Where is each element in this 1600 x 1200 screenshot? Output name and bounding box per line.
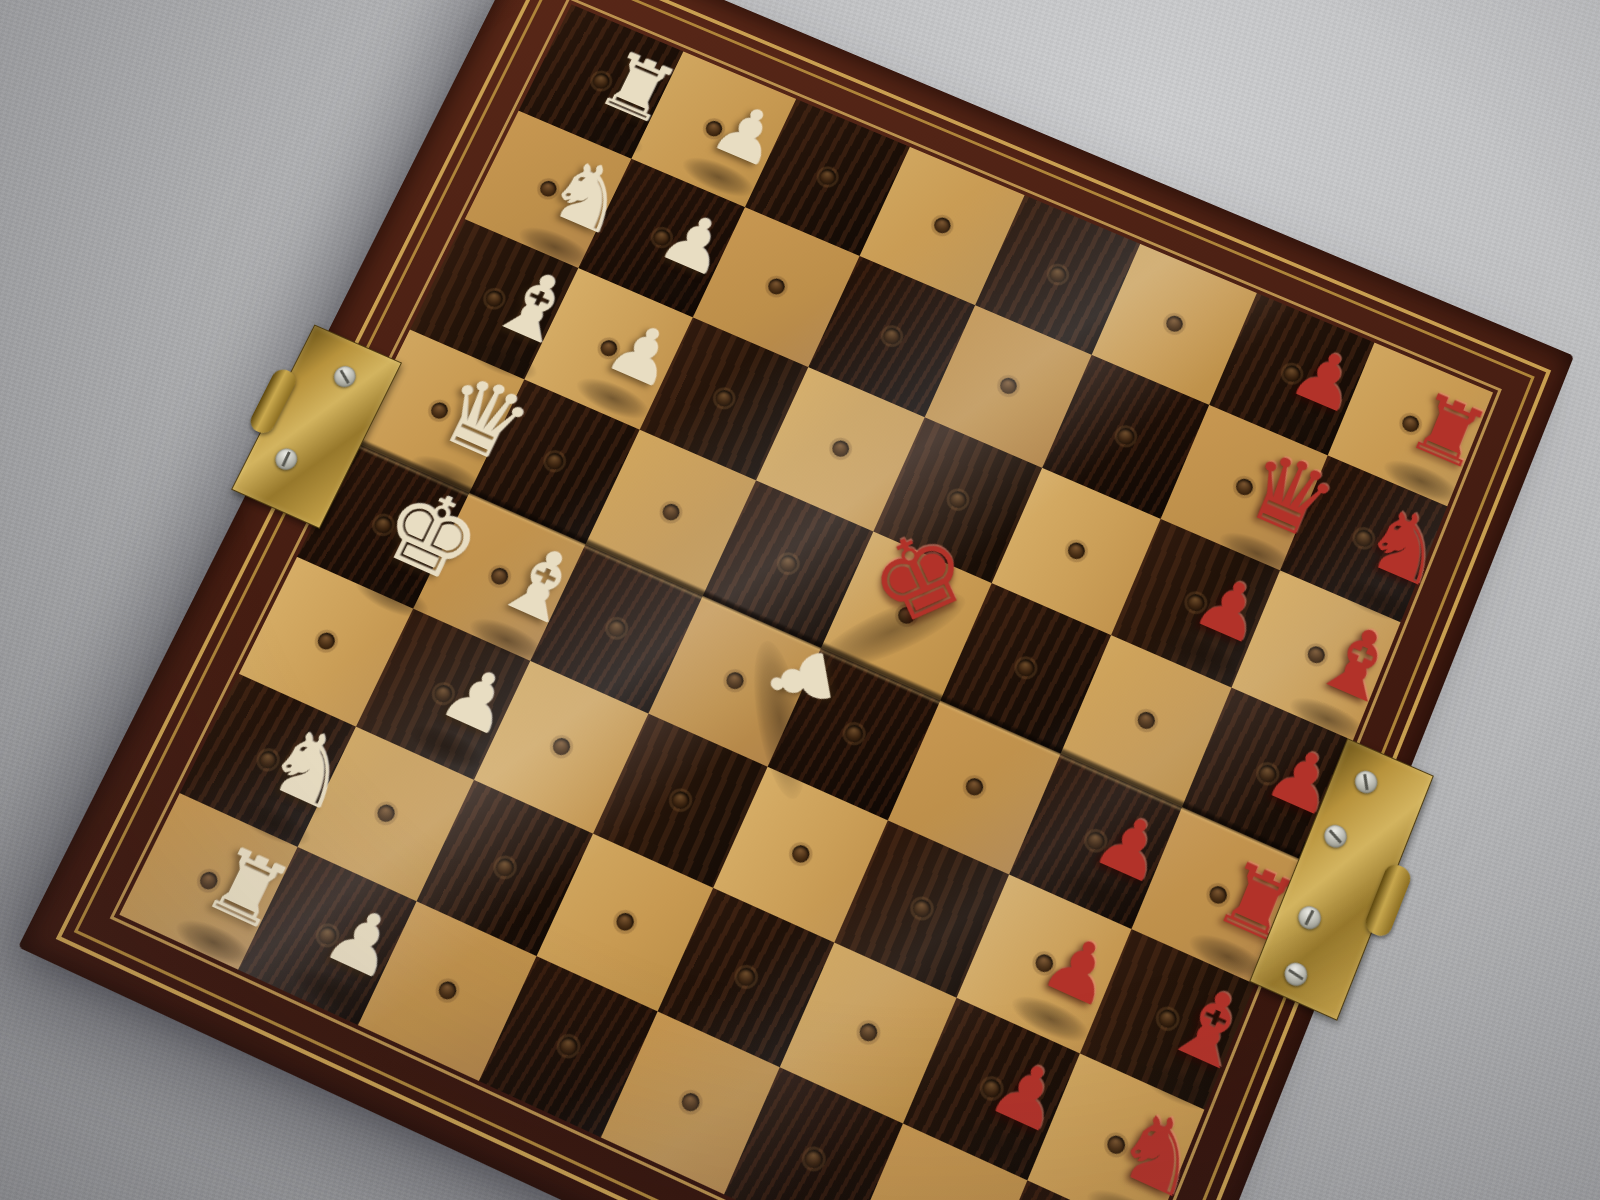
white-king-a4[interactable]: ♚ bbox=[336, 525, 470, 660]
white-pawn-b6[interactable]: ♟ bbox=[577, 348, 669, 440]
white-rook-glyph: ♜ bbox=[193, 832, 303, 945]
white-queen-glyph: ♛ bbox=[422, 359, 544, 481]
red-pawn-g2[interactable]: ♟ bbox=[960, 1088, 1056, 1192]
white-pawn-glyph: ♟ bbox=[596, 309, 688, 401]
white-pawn-glyph: ♟ bbox=[314, 892, 411, 993]
white-pawn-b3[interactable]: ♟ bbox=[410, 694, 505, 792]
white-pawn-glyph: ♟ bbox=[758, 640, 845, 720]
white-rook-glyph: ♜ bbox=[587, 39, 688, 138]
white-knight-glyph: ♞ bbox=[251, 709, 367, 828]
white-pawn-glyph: ♟ bbox=[650, 199, 740, 289]
red-knight-h2[interactable]: ♞ bbox=[1079, 1145, 1196, 1200]
red-pawn-g6[interactable]: ♟ bbox=[1167, 603, 1259, 699]
white-pawn-glyph: ♟ bbox=[702, 91, 791, 179]
white-rook-a1[interactable]: ♜ bbox=[169, 881, 279, 995]
red-king-fallen-d6[interactable]: ♚ bbox=[831, 560, 963, 696]
photo-scene: ♜♟♞♟♝♟♛♚♝♟♞♜♟♟♟♜♛♞♟♝♟♟♜♟♝♟♞♚ bbox=[0, 0, 1600, 1200]
white-pawn-glyph: ♟ bbox=[430, 652, 525, 749]
chess-board[interactable]: ♜♟♞♟♝♟♛♚♝♟♞♜♟♟♟♜♛♞♟♝♟♟♜♟♝♟♞♚ bbox=[42, 0, 1564, 1200]
white-pawn-fallen-d4[interactable]: ♟ bbox=[738, 668, 832, 765]
white-pawn-b1[interactable]: ♟ bbox=[293, 935, 390, 1037]
